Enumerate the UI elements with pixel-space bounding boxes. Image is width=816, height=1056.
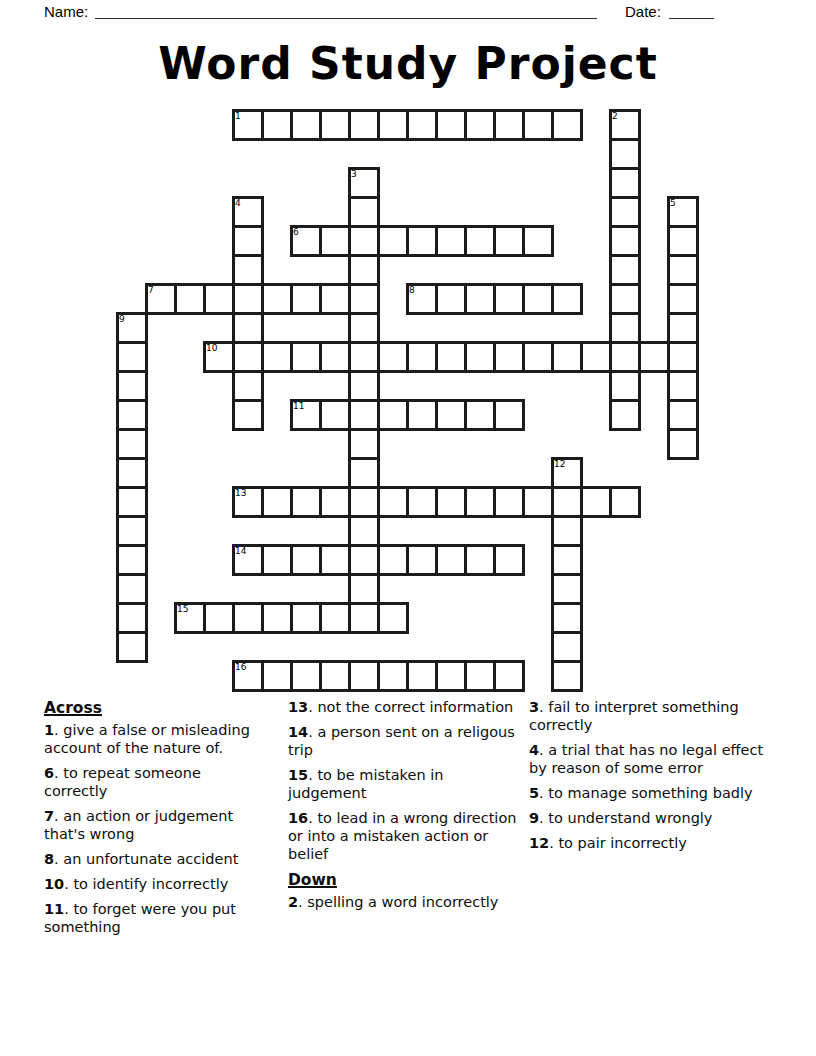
grid-cell[interactable] bbox=[435, 109, 467, 141]
grid-cell[interactable] bbox=[116, 544, 148, 576]
grid-cell[interactable] bbox=[261, 109, 293, 141]
grid-cell[interactable] bbox=[348, 602, 380, 634]
grid-cell[interactable] bbox=[638, 341, 670, 373]
grid-cell[interactable] bbox=[464, 225, 496, 257]
grid-cell[interactable] bbox=[377, 399, 409, 431]
grid-cell[interactable] bbox=[116, 573, 148, 605]
grid-cell[interactable] bbox=[232, 225, 264, 257]
grid-cell[interactable] bbox=[348, 370, 380, 402]
grid-cell[interactable] bbox=[609, 167, 641, 199]
grid-cell[interactable] bbox=[464, 486, 496, 518]
grid-cell[interactable] bbox=[551, 515, 583, 547]
name-blank-line[interactable] bbox=[95, 1, 597, 19]
clue-number: 6 bbox=[293, 227, 299, 237]
down-heading: Down bbox=[288, 871, 526, 890]
clue-across-10: 10. to identify incorrectly bbox=[44, 876, 264, 894]
clue-down-4: 4. a trial that has no legal effect by r… bbox=[529, 742, 771, 778]
grid-cell[interactable] bbox=[319, 341, 351, 373]
clue-across-8: 8. an unfortunate accident bbox=[44, 851, 264, 869]
grid-cell[interactable] bbox=[290, 283, 322, 315]
grid-cell[interactable] bbox=[348, 660, 380, 692]
grid-cell[interactable] bbox=[348, 312, 380, 344]
grid-cell[interactable] bbox=[377, 660, 409, 692]
grid-cell[interactable] bbox=[435, 341, 467, 373]
grid-cell[interactable] bbox=[261, 283, 293, 315]
clue-number: 12 bbox=[554, 459, 565, 469]
grid-cell[interactable] bbox=[464, 341, 496, 373]
grid-cell[interactable] bbox=[406, 399, 438, 431]
grid-cell[interactable] bbox=[203, 602, 235, 634]
grid-cell[interactable] bbox=[435, 399, 467, 431]
clue-column-across: Across1. give a false or misleading acco… bbox=[44, 699, 264, 944]
grid-cell[interactable] bbox=[551, 602, 583, 634]
grid-cell[interactable] bbox=[290, 602, 322, 634]
clue-across-14: 14. a person sent on a religous trip bbox=[288, 724, 526, 760]
grid-cell[interactable] bbox=[522, 109, 554, 141]
grid-cell[interactable] bbox=[522, 283, 554, 315]
grid-cell[interactable] bbox=[464, 544, 496, 576]
grid-cell[interactable] bbox=[580, 341, 612, 373]
grid-cell[interactable] bbox=[319, 602, 351, 634]
grid-cell[interactable] bbox=[435, 225, 467, 257]
crossword-grid: 12345678910111213141516 bbox=[117, 110, 697, 690]
grid-cell[interactable] bbox=[116, 399, 148, 431]
worksheet-page: Name: Date: Word Study Project 123456789… bbox=[0, 0, 816, 1056]
grid-cell[interactable] bbox=[232, 341, 264, 373]
grid-cell[interactable] bbox=[116, 428, 148, 460]
grid-cell[interactable] bbox=[290, 544, 322, 576]
clue-across-13: 13. not the correct information bbox=[288, 699, 526, 717]
grid-cell[interactable] bbox=[406, 109, 438, 141]
grid-cell[interactable] bbox=[406, 660, 438, 692]
grid-cell[interactable] bbox=[609, 399, 641, 431]
grid-cell[interactable] bbox=[551, 544, 583, 576]
grid-cell[interactable] bbox=[348, 573, 380, 605]
grid-cell[interactable] bbox=[232, 283, 264, 315]
grid-cell[interactable] bbox=[116, 515, 148, 547]
grid-cell[interactable] bbox=[261, 486, 293, 518]
grid-cell[interactable] bbox=[348, 109, 380, 141]
grid-cell[interactable] bbox=[348, 428, 380, 460]
grid-cell[interactable] bbox=[261, 341, 293, 373]
grid-cell[interactable] bbox=[232, 312, 264, 344]
grid-cell[interactable] bbox=[464, 283, 496, 315]
grid-cell[interactable] bbox=[290, 341, 322, 373]
grid-cell[interactable] bbox=[667, 399, 699, 431]
grid-cell[interactable] bbox=[232, 399, 264, 431]
grid-cell[interactable] bbox=[551, 573, 583, 605]
date-blank-line[interactable] bbox=[669, 1, 714, 19]
grid-cell[interactable] bbox=[435, 544, 467, 576]
grid-cell[interactable] bbox=[174, 283, 206, 315]
grid-cell[interactable] bbox=[377, 109, 409, 141]
grid-cell[interactable] bbox=[551, 631, 583, 663]
grid-cell[interactable] bbox=[348, 457, 380, 489]
clue-across-11: 11. to forget were you put something bbox=[44, 901, 264, 937]
grid-cell[interactable] bbox=[116, 341, 148, 373]
grid-cell[interactable] bbox=[667, 312, 699, 344]
grid-cell[interactable] bbox=[667, 254, 699, 286]
grid-cell[interactable] bbox=[609, 225, 641, 257]
grid-cell[interactable] bbox=[609, 138, 641, 170]
grid-cell[interactable] bbox=[319, 544, 351, 576]
clue-number: 1 bbox=[235, 111, 241, 121]
grid-cell[interactable] bbox=[319, 283, 351, 315]
grid-cell[interactable] bbox=[522, 341, 554, 373]
grid-cell[interactable] bbox=[609, 370, 641, 402]
grid-cell[interactable] bbox=[609, 283, 641, 315]
grid-cell[interactable] bbox=[348, 515, 380, 547]
name-label: Name: bbox=[44, 3, 88, 20]
date-label: Date: bbox=[625, 3, 661, 20]
grid-cell[interactable] bbox=[580, 486, 612, 518]
clue-across-15: 15. to be mistaken in judgement bbox=[288, 767, 526, 803]
clue-number: 13 bbox=[235, 488, 246, 498]
grid-cell[interactable] bbox=[232, 370, 264, 402]
grid-cell[interactable] bbox=[667, 370, 699, 402]
grid-cell[interactable] bbox=[435, 486, 467, 518]
clue-number: 8 bbox=[409, 285, 415, 295]
grid-cell[interactable] bbox=[464, 660, 496, 692]
clue-number: 5 bbox=[670, 198, 676, 208]
grid-cell[interactable] bbox=[319, 486, 351, 518]
grid-cell[interactable] bbox=[261, 660, 293, 692]
grid-cell[interactable] bbox=[348, 399, 380, 431]
across-heading: Across bbox=[44, 699, 264, 718]
grid-cell[interactable] bbox=[116, 602, 148, 634]
grid-cell[interactable] bbox=[493, 283, 525, 315]
clue-number: 7 bbox=[148, 285, 154, 295]
grid-cell[interactable] bbox=[348, 225, 380, 257]
grid-cell[interactable] bbox=[493, 109, 525, 141]
clue-across-1: 1. give a false or misleading account of… bbox=[44, 722, 264, 758]
grid-cell[interactable] bbox=[464, 399, 496, 431]
clue-number: 14 bbox=[235, 546, 246, 556]
grid-cell[interactable] bbox=[667, 341, 699, 373]
grid-cell[interactable] bbox=[232, 602, 264, 634]
grid-cell[interactable] bbox=[290, 486, 322, 518]
grid-cell[interactable] bbox=[348, 196, 380, 228]
grid-cell[interactable] bbox=[435, 283, 467, 315]
clue-column-down: 3. fail to interpret something correctly… bbox=[529, 699, 771, 860]
clue-down-9: 9. to understand wrongly bbox=[529, 810, 771, 828]
grid-cell[interactable] bbox=[435, 660, 467, 692]
grid-cell[interactable] bbox=[493, 341, 525, 373]
clue-number: 15 bbox=[177, 604, 188, 614]
grid-cell[interactable] bbox=[203, 283, 235, 315]
grid-cell[interactable] bbox=[348, 486, 380, 518]
grid-cell[interactable] bbox=[377, 602, 409, 634]
clue-down-3: 3. fail to interpret something correctly bbox=[529, 699, 771, 735]
clue-across-6: 6. to repeat someone correctly bbox=[44, 765, 264, 801]
grid-cell[interactable] bbox=[348, 283, 380, 315]
grid-cell[interactable] bbox=[493, 544, 525, 576]
clue-down-12: 12. to pair incorrectly bbox=[529, 835, 771, 853]
grid-cell[interactable] bbox=[406, 544, 438, 576]
grid-cell[interactable] bbox=[319, 225, 351, 257]
grid-cell[interactable] bbox=[493, 486, 525, 518]
clue-number: 3 bbox=[351, 169, 357, 179]
page-title: Word Study Project bbox=[0, 38, 816, 89]
grid-cell[interactable] bbox=[609, 341, 641, 373]
grid-cell[interactable] bbox=[551, 341, 583, 373]
grid-cell[interactable] bbox=[464, 109, 496, 141]
clue-number: 9 bbox=[119, 314, 125, 324]
grid-cell[interactable] bbox=[522, 486, 554, 518]
clue-across-7: 7. an action or judgement that's wrong bbox=[44, 808, 264, 844]
grid-cell[interactable] bbox=[319, 660, 351, 692]
grid-cell[interactable] bbox=[290, 660, 322, 692]
grid-cell[interactable] bbox=[609, 486, 641, 518]
grid-cell[interactable] bbox=[261, 544, 293, 576]
grid-cell[interactable] bbox=[261, 602, 293, 634]
grid-cell[interactable] bbox=[319, 109, 351, 141]
grid-cell[interactable] bbox=[348, 544, 380, 576]
grid-cell[interactable] bbox=[493, 660, 525, 692]
clue-across-16: 16. to lead in a wrong direction or into… bbox=[288, 810, 526, 864]
grid-cell[interactable] bbox=[406, 225, 438, 257]
grid-cell[interactable] bbox=[493, 225, 525, 257]
grid-cell[interactable] bbox=[551, 660, 583, 692]
grid-cell[interactable] bbox=[667, 283, 699, 315]
grid-cell[interactable] bbox=[377, 544, 409, 576]
grid-cell[interactable] bbox=[116, 370, 148, 402]
grid-cell[interactable] bbox=[551, 283, 583, 315]
grid-cell[interactable] bbox=[232, 254, 264, 286]
grid-cell[interactable] bbox=[609, 196, 641, 228]
clue-number: 11 bbox=[293, 401, 304, 411]
grid-cell[interactable] bbox=[319, 399, 351, 431]
clue-number: 10 bbox=[206, 343, 217, 353]
grid-cell[interactable] bbox=[406, 341, 438, 373]
grid-cell[interactable] bbox=[116, 457, 148, 489]
grid-cell[interactable] bbox=[406, 486, 438, 518]
grid-cell[interactable] bbox=[348, 254, 380, 286]
clue-number: 4 bbox=[235, 198, 241, 208]
grid-cell[interactable] bbox=[377, 486, 409, 518]
grid-cell[interactable] bbox=[348, 341, 380, 373]
grid-cell[interactable] bbox=[116, 486, 148, 518]
grid-cell[interactable] bbox=[609, 312, 641, 344]
grid-cell[interactable] bbox=[377, 341, 409, 373]
grid-cell[interactable] bbox=[551, 486, 583, 518]
grid-cell[interactable] bbox=[377, 225, 409, 257]
clue-number: 16 bbox=[235, 662, 246, 672]
grid-cell[interactable] bbox=[493, 399, 525, 431]
grid-cell[interactable] bbox=[290, 109, 322, 141]
clue-column-middle: 13. not the correct information14. a per… bbox=[288, 699, 526, 919]
clue-number: 2 bbox=[612, 111, 618, 121]
grid-cell[interactable] bbox=[551, 109, 583, 141]
grid-cell[interactable] bbox=[667, 225, 699, 257]
grid-cell[interactable] bbox=[522, 225, 554, 257]
clue-down-5: 5. to manage something badly bbox=[529, 785, 771, 803]
clue-down-2: 2. spelling a word incorrectly bbox=[288, 894, 526, 912]
grid-cell[interactable] bbox=[667, 428, 699, 460]
grid-cell[interactable] bbox=[609, 254, 641, 286]
grid-cell[interactable] bbox=[116, 631, 148, 663]
